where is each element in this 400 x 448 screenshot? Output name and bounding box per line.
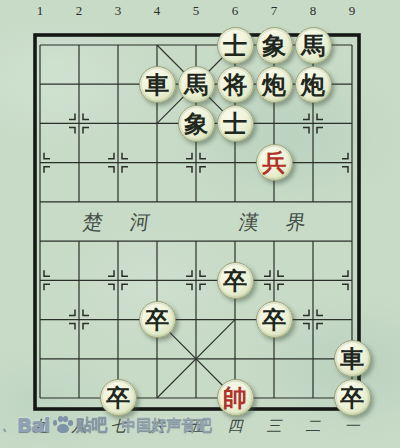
piece-black-horse[interactable]: 馬 <box>178 66 215 103</box>
baidu-paw-icon <box>53 415 73 435</box>
intersection-c2r7[interactable] <box>60 261 99 300</box>
top-file-label-6: 6 <box>228 3 242 19</box>
baidu-logo-text: Bai <box>17 413 50 437</box>
top-file-label-4: 4 <box>150 3 164 19</box>
intersection-c5r8[interactable] <box>177 300 216 339</box>
piece-red-soldier[interactable]: 兵 <box>256 144 293 181</box>
intersection-c5r9[interactable] <box>177 339 216 378</box>
intersection-c7r3[interactable] <box>255 104 294 143</box>
intersection-c6r1[interactable]: 士 <box>216 25 255 64</box>
intersection-c9r7[interactable] <box>333 261 372 300</box>
intersection-c4r1[interactable] <box>138 25 177 64</box>
intersection-c1r6[interactable] <box>21 221 60 260</box>
intersection-c5r1[interactable] <box>177 25 216 64</box>
intersection-c3r9[interactable] <box>99 339 138 378</box>
intersection-c2r1[interactable] <box>60 25 99 64</box>
intersection-c8r2[interactable]: 炮 <box>294 65 333 104</box>
piece-black-elephant[interactable]: 象 <box>256 27 293 64</box>
intersection-c5r6[interactable] <box>177 221 216 260</box>
intersection-c7r4[interactable]: 兵 <box>255 143 294 182</box>
intersection-c1r4[interactable] <box>21 143 60 182</box>
intersection-c9r3[interactable] <box>333 104 372 143</box>
piece-black-general[interactable]: 将 <box>217 66 254 103</box>
intersection-c5r2[interactable]: 馬 <box>177 65 216 104</box>
intersection-c7r10[interactable] <box>255 378 294 417</box>
intersection-c7r7[interactable] <box>255 261 294 300</box>
intersection-c9r8[interactable] <box>333 300 372 339</box>
piece-black-elephant[interactable]: 象 <box>178 105 215 142</box>
intersection-c7r8[interactable]: 卒 <box>255 300 294 339</box>
intersection-c9r10[interactable]: 卒 <box>333 378 372 417</box>
tieba-channel-name: 中国好声音吧 <box>122 416 212 435</box>
intersection-c8r3[interactable] <box>294 104 333 143</box>
piece-black-cannon[interactable]: 炮 <box>295 66 332 103</box>
intersection-c4r2[interactable]: 車 <box>138 65 177 104</box>
intersection-c2r8[interactable] <box>60 300 99 339</box>
intersection-c1r8[interactable] <box>21 300 60 339</box>
intersection-c6r4[interactable] <box>216 143 255 182</box>
intersection-c8r10[interactable] <box>294 378 333 417</box>
piece-black-cannon[interactable]: 炮 <box>256 66 293 103</box>
piece-black-advisor[interactable]: 士 <box>217 105 254 142</box>
intersection-c4r7[interactable] <box>138 261 177 300</box>
intersection-c6r2[interactable]: 将 <box>216 65 255 104</box>
top-file-label-7: 7 <box>267 3 281 19</box>
piece-black-chariot[interactable]: 車 <box>139 66 176 103</box>
intersection-c2r9[interactable] <box>60 339 99 378</box>
top-file-label-9: 9 <box>345 3 359 19</box>
intersection-c9r9[interactable]: 車 <box>333 339 372 378</box>
intersection-c1r1[interactable] <box>21 25 60 64</box>
intersection-c2r3[interactable] <box>60 104 99 143</box>
intersection-c4r3[interactable] <box>138 104 177 143</box>
top-file-label-3: 3 <box>111 3 125 19</box>
intersection-c4r9[interactable] <box>138 339 177 378</box>
piece-black-soldier[interactable]: 卒 <box>334 379 371 416</box>
intersection-c3r3[interactable] <box>99 104 138 143</box>
intersection-c8r7[interactable] <box>294 261 333 300</box>
piece-red-general[interactable]: 帥 <box>217 379 254 416</box>
intersection-c6r3[interactable]: 士 <box>216 104 255 143</box>
tieba-logo-text: 贴吧 <box>76 415 108 436</box>
intersection-c9r6[interactable] <box>333 221 372 260</box>
watermark-tick: 、 <box>2 417 14 434</box>
intersection-c1r3[interactable] <box>21 104 60 143</box>
intersection-c3r7[interactable] <box>99 261 138 300</box>
piece-black-soldier[interactable]: 卒 <box>100 379 137 416</box>
intersection-c3r8[interactable] <box>99 300 138 339</box>
intersection-c5r7[interactable] <box>177 261 216 300</box>
piece-black-soldier[interactable]: 卒 <box>217 262 254 299</box>
bottom-file-label-2: 二 <box>304 417 322 436</box>
bottom-file-label-3: 三 <box>265 417 283 436</box>
intersection-c9r4[interactable] <box>333 143 372 182</box>
intersection-c6r8[interactable] <box>216 300 255 339</box>
intersection-c7r9[interactable] <box>255 339 294 378</box>
top-file-label-8: 8 <box>306 3 320 19</box>
bottom-file-label-1: 一 <box>343 417 361 436</box>
intersection-c7r2[interactable]: 炮 <box>255 65 294 104</box>
piece-black-advisor[interactable]: 士 <box>217 27 254 64</box>
intersection-c4r4[interactable] <box>138 143 177 182</box>
intersection-c6r9[interactable] <box>216 339 255 378</box>
intersection-c8r4[interactable] <box>294 143 333 182</box>
intersection-c2r2[interactable] <box>60 65 99 104</box>
intersection-c8r1[interactable]: 馬 <box>294 25 333 64</box>
intersection-c6r7[interactable]: 卒 <box>216 261 255 300</box>
intersection-c5r5[interactable] <box>177 182 216 221</box>
intersection-c5r4[interactable] <box>177 143 216 182</box>
intersection-c1r9[interactable] <box>21 339 60 378</box>
top-file-label-5: 5 <box>189 3 203 19</box>
river-label-chu-he: 楚河 <box>81 209 179 236</box>
intersection-c8r8[interactable] <box>294 300 333 339</box>
intersection-c1r5[interactable] <box>21 182 60 221</box>
intersection-c9r1[interactable] <box>333 25 372 64</box>
intersection-c3r1[interactable] <box>99 25 138 64</box>
piece-black-soldier[interactable]: 卒 <box>139 301 176 338</box>
xiangqi-board-screenshot: 士象馬車馬将炮炮象士兵卒卒卒車卒帥卒 楚河 漢界 、 Bai 贴吧 中国好声音吧… <box>0 0 400 448</box>
intersection-c3r4[interactable] <box>99 143 138 182</box>
bottom-file-label-4: 四 <box>226 417 244 436</box>
intersection-c9r5[interactable] <box>333 182 372 221</box>
intersection-c9r2[interactable] <box>333 65 372 104</box>
intersection-c7r1[interactable]: 象 <box>255 25 294 64</box>
intersection-c2r4[interactable] <box>60 143 99 182</box>
intersection-c4r8[interactable]: 卒 <box>138 300 177 339</box>
intersection-c1r2[interactable] <box>21 65 60 104</box>
piece-black-chariot[interactable]: 車 <box>334 340 371 377</box>
river-label-han-jie: 漢界 <box>237 209 335 236</box>
piece-black-soldier[interactable]: 卒 <box>256 301 293 338</box>
intersection-c5r3[interactable]: 象 <box>177 104 216 143</box>
top-file-label-2: 2 <box>72 3 86 19</box>
intersection-c6r10[interactable]: 帥 <box>216 378 255 417</box>
piece-black-horse[interactable]: 馬 <box>295 27 332 64</box>
intersection-c3r2[interactable] <box>99 65 138 104</box>
intersection-c1r7[interactable] <box>21 261 60 300</box>
intersection-c8r9[interactable] <box>294 339 333 378</box>
top-file-label-1: 1 <box>33 3 47 19</box>
baidu-tieba-watermark: 、 Bai 贴吧 中国好声音吧 <box>2 412 212 438</box>
